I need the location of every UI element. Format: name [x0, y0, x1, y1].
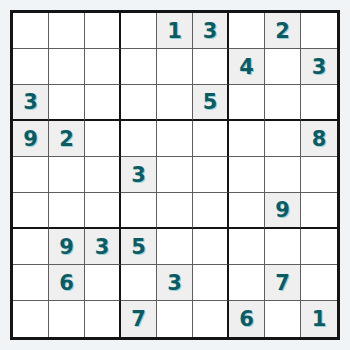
- cell-r3c9[interactable]: [301, 85, 337, 121]
- cell-r6c5[interactable]: [157, 193, 193, 229]
- cell-r3c1: 3: [13, 85, 49, 121]
- cell-r8c3[interactable]: [85, 265, 121, 301]
- cell-r4c5[interactable]: [157, 121, 193, 157]
- sudoku-board: 132433592839935637761: [10, 10, 340, 340]
- cell-r2c1[interactable]: [13, 49, 49, 85]
- cell-r2c2[interactable]: [49, 49, 85, 85]
- cell-r1c2[interactable]: [49, 13, 85, 49]
- cell-r7c8[interactable]: [265, 229, 301, 265]
- cell-r3c3[interactable]: [85, 85, 121, 121]
- cell-r8c2: 6: [49, 265, 85, 301]
- cell-r3c2[interactable]: [49, 85, 85, 121]
- cell-r4c9: 8: [301, 121, 337, 157]
- cell-r8c1[interactable]: [13, 265, 49, 301]
- cell-r7c5[interactable]: [157, 229, 193, 265]
- cell-r5c3[interactable]: [85, 157, 121, 193]
- cell-r9c6[interactable]: [193, 301, 229, 337]
- cell-r2c6[interactable]: [193, 49, 229, 85]
- cell-r4c1: 9: [13, 121, 49, 157]
- cell-r9c8[interactable]: [265, 301, 301, 337]
- cell-r7c1[interactable]: [13, 229, 49, 265]
- cell-r8c9[interactable]: [301, 265, 337, 301]
- cell-r1c9[interactable]: [301, 13, 337, 49]
- cell-r6c1[interactable]: [13, 193, 49, 229]
- cell-r9c4: 7: [121, 301, 157, 337]
- cell-r6c7[interactable]: [229, 193, 265, 229]
- cell-r7c9[interactable]: [301, 229, 337, 265]
- cell-r7c4: 5: [121, 229, 157, 265]
- cell-r4c3[interactable]: [85, 121, 121, 157]
- cell-r2c5[interactable]: [157, 49, 193, 85]
- cell-r5c9[interactable]: [301, 157, 337, 193]
- cell-r6c3[interactable]: [85, 193, 121, 229]
- cell-r8c8: 7: [265, 265, 301, 301]
- cell-r2c4[interactable]: [121, 49, 157, 85]
- cell-r5c1[interactable]: [13, 157, 49, 193]
- cell-r8c5: 3: [157, 265, 193, 301]
- cell-r6c2[interactable]: [49, 193, 85, 229]
- cell-r7c7[interactable]: [229, 229, 265, 265]
- cell-r3c4[interactable]: [121, 85, 157, 121]
- cell-r1c7[interactable]: [229, 13, 265, 49]
- cell-r2c9: 3: [301, 49, 337, 85]
- cell-r5c7[interactable]: [229, 157, 265, 193]
- cell-r1c1[interactable]: [13, 13, 49, 49]
- cell-r8c6[interactable]: [193, 265, 229, 301]
- cell-r1c5: 1: [157, 13, 193, 49]
- cell-r3c8[interactable]: [265, 85, 301, 121]
- cell-r1c8: 2: [265, 13, 301, 49]
- cell-r6c8: 9: [265, 193, 301, 229]
- cell-r8c7[interactable]: [229, 265, 265, 301]
- cell-r5c2[interactable]: [49, 157, 85, 193]
- cell-r9c5[interactable]: [157, 301, 193, 337]
- cell-r4c4[interactable]: [121, 121, 157, 157]
- cell-r1c6: 3: [193, 13, 229, 49]
- cell-r5c8[interactable]: [265, 157, 301, 193]
- cell-r5c5[interactable]: [157, 157, 193, 193]
- cell-r3c7[interactable]: [229, 85, 265, 121]
- cell-r4c8[interactable]: [265, 121, 301, 157]
- cell-r7c3: 3: [85, 229, 121, 265]
- cell-r2c3[interactable]: [85, 49, 121, 85]
- cell-r4c7[interactable]: [229, 121, 265, 157]
- cell-r5c6[interactable]: [193, 157, 229, 193]
- cell-r4c6[interactable]: [193, 121, 229, 157]
- cell-r2c7: 4: [229, 49, 265, 85]
- cell-r1c4[interactable]: [121, 13, 157, 49]
- cell-r7c6[interactable]: [193, 229, 229, 265]
- cell-r9c2[interactable]: [49, 301, 85, 337]
- cell-r9c7: 6: [229, 301, 265, 337]
- cell-r9c9: 1: [301, 301, 337, 337]
- page: 132433592839935637761: [0, 0, 350, 350]
- cell-r3c6: 5: [193, 85, 229, 121]
- cell-r7c2: 9: [49, 229, 85, 265]
- cell-r1c3[interactable]: [85, 13, 121, 49]
- cell-r6c6[interactable]: [193, 193, 229, 229]
- cell-r4c2: 2: [49, 121, 85, 157]
- cell-r6c9[interactable]: [301, 193, 337, 229]
- cell-r9c1[interactable]: [13, 301, 49, 337]
- cell-r6c4[interactable]: [121, 193, 157, 229]
- cell-r9c3[interactable]: [85, 301, 121, 337]
- cell-r2c8[interactable]: [265, 49, 301, 85]
- cell-r8c4[interactable]: [121, 265, 157, 301]
- cell-r3c5[interactable]: [157, 85, 193, 121]
- cell-r5c4: 3: [121, 157, 157, 193]
